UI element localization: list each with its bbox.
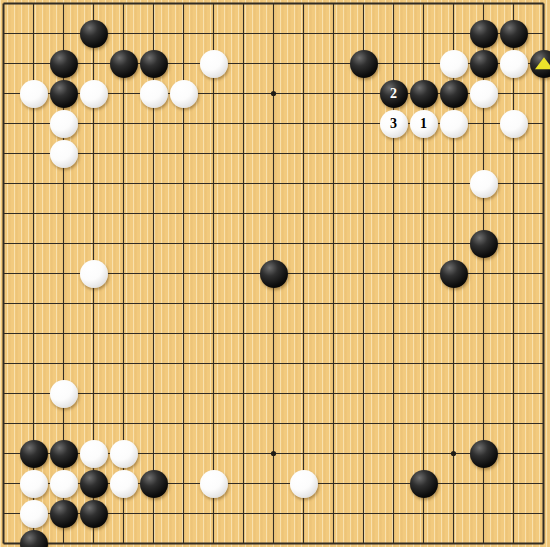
intersection[interactable] xyxy=(199,379,229,409)
intersection[interactable] xyxy=(229,349,259,379)
intersection[interactable] xyxy=(259,79,289,109)
intersection[interactable] xyxy=(139,349,169,379)
intersection[interactable] xyxy=(79,169,109,199)
intersection[interactable] xyxy=(499,349,529,379)
intersection[interactable] xyxy=(199,259,229,289)
intersection[interactable] xyxy=(319,379,349,409)
intersection[interactable] xyxy=(259,409,289,439)
intersection[interactable] xyxy=(379,199,409,229)
intersection[interactable] xyxy=(409,469,439,499)
intersection[interactable] xyxy=(499,49,529,79)
intersection[interactable] xyxy=(0,349,19,379)
intersection[interactable] xyxy=(109,49,139,79)
intersection[interactable] xyxy=(139,439,169,469)
intersection[interactable] xyxy=(469,169,499,199)
intersection[interactable] xyxy=(199,469,229,499)
intersection[interactable] xyxy=(529,439,550,469)
intersection[interactable] xyxy=(199,499,229,529)
intersection[interactable] xyxy=(469,319,499,349)
intersection[interactable] xyxy=(529,349,550,379)
intersection[interactable] xyxy=(259,0,289,19)
intersection[interactable] xyxy=(49,379,79,409)
intersection[interactable] xyxy=(79,79,109,109)
intersection[interactable] xyxy=(19,139,49,169)
intersection[interactable] xyxy=(139,289,169,319)
intersection[interactable] xyxy=(229,499,259,529)
intersection[interactable] xyxy=(469,0,499,19)
intersection[interactable] xyxy=(319,409,349,439)
intersection[interactable] xyxy=(199,409,229,439)
intersection[interactable] xyxy=(499,139,529,169)
intersection[interactable] xyxy=(409,0,439,19)
intersection[interactable] xyxy=(379,139,409,169)
intersection[interactable] xyxy=(229,409,259,439)
intersection[interactable] xyxy=(529,169,550,199)
intersection[interactable] xyxy=(229,529,259,547)
intersection[interactable] xyxy=(0,439,19,469)
intersection[interactable] xyxy=(259,379,289,409)
intersection[interactable] xyxy=(439,109,469,139)
intersection[interactable] xyxy=(289,19,319,49)
intersection[interactable] xyxy=(169,529,199,547)
intersection[interactable] xyxy=(79,19,109,49)
intersection[interactable] xyxy=(109,19,139,49)
intersection[interactable] xyxy=(499,499,529,529)
intersection[interactable] xyxy=(109,499,139,529)
intersection[interactable] xyxy=(289,79,319,109)
intersection[interactable] xyxy=(409,139,439,169)
intersection[interactable] xyxy=(319,199,349,229)
intersection[interactable] xyxy=(229,199,259,229)
intersection[interactable] xyxy=(529,19,550,49)
intersection[interactable] xyxy=(19,259,49,289)
intersection[interactable] xyxy=(109,79,139,109)
intersection[interactable] xyxy=(259,319,289,349)
intersection[interactable] xyxy=(169,109,199,139)
intersection[interactable] xyxy=(139,379,169,409)
intersection[interactable] xyxy=(289,229,319,259)
intersection[interactable] xyxy=(109,409,139,439)
intersection[interactable] xyxy=(49,289,79,319)
intersection[interactable] xyxy=(379,409,409,439)
intersection[interactable] xyxy=(169,199,199,229)
intersection[interactable] xyxy=(109,199,139,229)
intersection[interactable] xyxy=(439,0,469,19)
intersection[interactable] xyxy=(409,259,439,289)
intersection[interactable] xyxy=(349,0,379,19)
intersection[interactable] xyxy=(319,109,349,139)
intersection[interactable] xyxy=(289,289,319,319)
intersection[interactable] xyxy=(319,259,349,289)
intersection[interactable] xyxy=(139,529,169,547)
intersection[interactable] xyxy=(319,529,349,547)
intersection[interactable] xyxy=(49,499,79,529)
intersection[interactable] xyxy=(319,319,349,349)
intersection[interactable] xyxy=(0,199,19,229)
intersection[interactable] xyxy=(169,439,199,469)
intersection[interactable] xyxy=(19,469,49,499)
intersection[interactable] xyxy=(439,499,469,529)
intersection[interactable] xyxy=(19,319,49,349)
intersection[interactable] xyxy=(259,259,289,289)
intersection[interactable] xyxy=(349,49,379,79)
intersection[interactable] xyxy=(169,259,199,289)
intersection[interactable] xyxy=(0,229,19,259)
intersection[interactable] xyxy=(409,289,439,319)
intersection[interactable] xyxy=(259,439,289,469)
intersection[interactable] xyxy=(289,0,319,19)
intersection[interactable] xyxy=(109,319,139,349)
intersection[interactable] xyxy=(319,19,349,49)
intersection[interactable] xyxy=(139,259,169,289)
intersection[interactable] xyxy=(469,379,499,409)
intersection[interactable] xyxy=(349,319,379,349)
intersection[interactable] xyxy=(109,139,139,169)
intersection[interactable] xyxy=(139,499,169,529)
intersection[interactable] xyxy=(319,49,349,79)
intersection[interactable] xyxy=(229,0,259,19)
intersection[interactable] xyxy=(79,409,109,439)
intersection[interactable] xyxy=(469,49,499,79)
intersection[interactable] xyxy=(529,49,550,79)
intersection[interactable] xyxy=(319,169,349,199)
intersection[interactable] xyxy=(199,19,229,49)
intersection[interactable] xyxy=(79,199,109,229)
intersection[interactable] xyxy=(469,139,499,169)
intersection[interactable] xyxy=(469,79,499,109)
intersection[interactable] xyxy=(529,79,550,109)
intersection[interactable] xyxy=(499,409,529,439)
intersection[interactable] xyxy=(19,0,49,19)
intersection[interactable] xyxy=(499,529,529,547)
intersection[interactable] xyxy=(109,529,139,547)
intersection[interactable] xyxy=(259,469,289,499)
intersection[interactable] xyxy=(109,169,139,199)
intersection[interactable] xyxy=(19,49,49,79)
intersection[interactable] xyxy=(259,499,289,529)
intersection[interactable] xyxy=(139,409,169,439)
intersection[interactable] xyxy=(499,19,529,49)
intersection[interactable] xyxy=(409,319,439,349)
intersection[interactable] xyxy=(349,349,379,379)
intersection[interactable] xyxy=(529,499,550,529)
intersection[interactable] xyxy=(379,229,409,259)
intersection[interactable] xyxy=(49,199,79,229)
intersection[interactable] xyxy=(319,229,349,259)
intersection[interactable] xyxy=(199,199,229,229)
intersection[interactable] xyxy=(529,319,550,349)
intersection[interactable] xyxy=(409,229,439,259)
intersection[interactable] xyxy=(229,19,259,49)
intersection[interactable] xyxy=(229,169,259,199)
intersection[interactable] xyxy=(289,319,319,349)
intersection[interactable] xyxy=(199,139,229,169)
intersection[interactable] xyxy=(139,109,169,139)
intersection[interactable] xyxy=(439,529,469,547)
intersection[interactable] xyxy=(229,259,259,289)
intersection[interactable] xyxy=(199,0,229,19)
intersection[interactable] xyxy=(349,19,379,49)
intersection[interactable] xyxy=(49,259,79,289)
intersection[interactable] xyxy=(139,169,169,199)
intersection[interactable] xyxy=(49,49,79,79)
intersection[interactable] xyxy=(169,139,199,169)
intersection[interactable] xyxy=(469,109,499,139)
intersection[interactable] xyxy=(289,439,319,469)
intersection[interactable] xyxy=(0,49,19,79)
intersection[interactable] xyxy=(409,439,439,469)
intersection[interactable] xyxy=(349,259,379,289)
intersection[interactable] xyxy=(289,529,319,547)
intersection[interactable] xyxy=(229,139,259,169)
intersection[interactable] xyxy=(109,379,139,409)
intersection[interactable] xyxy=(109,0,139,19)
intersection[interactable] xyxy=(79,229,109,259)
intersection[interactable] xyxy=(529,469,550,499)
intersection[interactable] xyxy=(379,259,409,289)
intersection[interactable] xyxy=(19,499,49,529)
intersection[interactable] xyxy=(199,229,229,259)
intersection[interactable] xyxy=(379,289,409,319)
intersection[interactable] xyxy=(169,409,199,439)
intersection[interactable]: 3 xyxy=(379,109,409,139)
intersection[interactable] xyxy=(409,199,439,229)
intersection[interactable] xyxy=(529,409,550,439)
intersection[interactable] xyxy=(49,19,79,49)
intersection[interactable] xyxy=(169,169,199,199)
intersection[interactable] xyxy=(379,439,409,469)
intersection[interactable] xyxy=(499,199,529,229)
intersection[interactable] xyxy=(0,409,19,439)
intersection[interactable] xyxy=(379,0,409,19)
intersection[interactable] xyxy=(0,289,19,319)
intersection[interactable] xyxy=(169,49,199,79)
intersection[interactable] xyxy=(439,439,469,469)
intersection[interactable] xyxy=(469,19,499,49)
intersection[interactable] xyxy=(169,499,199,529)
intersection[interactable] xyxy=(259,289,289,319)
intersection[interactable] xyxy=(379,469,409,499)
intersection[interactable] xyxy=(499,289,529,319)
intersection[interactable] xyxy=(439,229,469,259)
intersection[interactable] xyxy=(0,469,19,499)
intersection[interactable] xyxy=(229,319,259,349)
intersection[interactable] xyxy=(409,49,439,79)
intersection[interactable] xyxy=(529,379,550,409)
intersection[interactable] xyxy=(439,289,469,319)
intersection[interactable] xyxy=(499,439,529,469)
intersection[interactable] xyxy=(19,109,49,139)
intersection[interactable] xyxy=(169,79,199,109)
intersection[interactable] xyxy=(259,19,289,49)
intersection[interactable] xyxy=(109,259,139,289)
intersection[interactable] xyxy=(109,229,139,259)
intersection[interactable] xyxy=(289,139,319,169)
intersection[interactable] xyxy=(0,169,19,199)
intersection[interactable] xyxy=(499,229,529,259)
intersection[interactable] xyxy=(439,259,469,289)
intersection[interactable] xyxy=(349,169,379,199)
intersection[interactable] xyxy=(259,139,289,169)
intersection[interactable] xyxy=(199,319,229,349)
intersection[interactable] xyxy=(79,439,109,469)
intersection[interactable] xyxy=(19,289,49,319)
intersection[interactable] xyxy=(469,349,499,379)
intersection[interactable] xyxy=(439,79,469,109)
intersection[interactable] xyxy=(319,79,349,109)
intersection[interactable] xyxy=(199,109,229,139)
intersection[interactable] xyxy=(349,499,379,529)
intersection[interactable] xyxy=(199,439,229,469)
intersection[interactable] xyxy=(409,409,439,439)
intersection[interactable] xyxy=(139,139,169,169)
intersection[interactable]: 2 xyxy=(379,79,409,109)
intersection[interactable] xyxy=(79,529,109,547)
intersection[interactable] xyxy=(409,499,439,529)
intersection[interactable] xyxy=(319,499,349,529)
intersection[interactable] xyxy=(289,49,319,79)
intersection[interactable] xyxy=(319,0,349,19)
intersection[interactable] xyxy=(109,109,139,139)
intersection[interactable] xyxy=(529,529,550,547)
intersection[interactable] xyxy=(109,469,139,499)
intersection[interactable] xyxy=(79,289,109,319)
intersection[interactable] xyxy=(49,0,79,19)
intersection[interactable] xyxy=(439,469,469,499)
intersection[interactable] xyxy=(289,109,319,139)
intersection[interactable] xyxy=(169,289,199,319)
intersection[interactable] xyxy=(19,229,49,259)
intersection[interactable] xyxy=(259,229,289,259)
intersection[interactable] xyxy=(199,289,229,319)
intersection[interactable] xyxy=(379,49,409,79)
intersection[interactable] xyxy=(469,499,499,529)
intersection[interactable] xyxy=(349,289,379,319)
intersection[interactable] xyxy=(529,109,550,139)
intersection[interactable] xyxy=(139,229,169,259)
intersection[interactable] xyxy=(499,319,529,349)
intersection[interactable] xyxy=(259,349,289,379)
intersection[interactable] xyxy=(289,379,319,409)
intersection[interactable] xyxy=(139,199,169,229)
intersection[interactable] xyxy=(139,79,169,109)
intersection[interactable] xyxy=(469,439,499,469)
intersection[interactable] xyxy=(49,169,79,199)
intersection[interactable] xyxy=(229,379,259,409)
intersection[interactable] xyxy=(199,49,229,79)
intersection[interactable] xyxy=(169,469,199,499)
intersection[interactable] xyxy=(379,169,409,199)
intersection[interactable] xyxy=(529,229,550,259)
intersection[interactable] xyxy=(469,529,499,547)
intersection[interactable] xyxy=(439,379,469,409)
intersection[interactable] xyxy=(79,319,109,349)
intersection[interactable] xyxy=(319,469,349,499)
intersection[interactable] xyxy=(439,409,469,439)
intersection[interactable] xyxy=(349,439,379,469)
intersection[interactable] xyxy=(19,19,49,49)
intersection[interactable] xyxy=(229,79,259,109)
intersection[interactable] xyxy=(229,49,259,79)
intersection[interactable] xyxy=(259,199,289,229)
intersection[interactable] xyxy=(0,79,19,109)
intersection[interactable] xyxy=(349,199,379,229)
intersection[interactable] xyxy=(259,529,289,547)
intersection[interactable] xyxy=(49,229,79,259)
intersection[interactable] xyxy=(349,529,379,547)
intersection[interactable] xyxy=(19,409,49,439)
intersection[interactable] xyxy=(259,49,289,79)
intersection[interactable] xyxy=(379,529,409,547)
intersection[interactable] xyxy=(169,379,199,409)
intersection[interactable] xyxy=(439,169,469,199)
intersection[interactable] xyxy=(439,49,469,79)
intersection[interactable] xyxy=(79,499,109,529)
intersection[interactable] xyxy=(409,529,439,547)
intersection[interactable] xyxy=(79,0,109,19)
intersection[interactable] xyxy=(319,139,349,169)
intersection[interactable] xyxy=(49,409,79,439)
intersection[interactable] xyxy=(409,79,439,109)
intersection[interactable] xyxy=(439,19,469,49)
intersection[interactable] xyxy=(139,0,169,19)
intersection[interactable] xyxy=(529,289,550,319)
intersection[interactable] xyxy=(319,439,349,469)
intersection[interactable] xyxy=(229,289,259,319)
intersection[interactable] xyxy=(79,469,109,499)
intersection[interactable] xyxy=(499,469,529,499)
intersection[interactable] xyxy=(49,139,79,169)
intersection[interactable] xyxy=(229,109,259,139)
intersection[interactable] xyxy=(439,199,469,229)
intersection[interactable] xyxy=(289,349,319,379)
intersection[interactable] xyxy=(529,139,550,169)
intersection[interactable] xyxy=(349,109,379,139)
intersection[interactable] xyxy=(169,0,199,19)
intersection[interactable] xyxy=(0,499,19,529)
intersection[interactable] xyxy=(169,349,199,379)
intersection[interactable] xyxy=(409,349,439,379)
intersection[interactable] xyxy=(79,259,109,289)
intersection[interactable] xyxy=(0,139,19,169)
intersection[interactable] xyxy=(0,109,19,139)
intersection[interactable] xyxy=(319,289,349,319)
intersection[interactable] xyxy=(439,319,469,349)
intersection[interactable] xyxy=(19,529,49,547)
intersection[interactable] xyxy=(79,379,109,409)
intersection[interactable] xyxy=(469,469,499,499)
intersection[interactable] xyxy=(199,349,229,379)
intersection[interactable] xyxy=(349,79,379,109)
intersection[interactable] xyxy=(109,439,139,469)
intersection[interactable] xyxy=(409,169,439,199)
intersection[interactable] xyxy=(0,319,19,349)
intersection[interactable] xyxy=(409,19,439,49)
intersection[interactable] xyxy=(289,259,319,289)
intersection[interactable] xyxy=(79,139,109,169)
intersection[interactable] xyxy=(199,79,229,109)
intersection[interactable] xyxy=(469,289,499,319)
intersection[interactable] xyxy=(289,409,319,439)
intersection[interactable] xyxy=(529,0,550,19)
intersection[interactable] xyxy=(49,439,79,469)
intersection[interactable] xyxy=(49,319,79,349)
intersection[interactable] xyxy=(0,19,19,49)
intersection[interactable] xyxy=(379,379,409,409)
intersection[interactable] xyxy=(49,469,79,499)
intersection[interactable] xyxy=(139,319,169,349)
intersection[interactable] xyxy=(289,469,319,499)
